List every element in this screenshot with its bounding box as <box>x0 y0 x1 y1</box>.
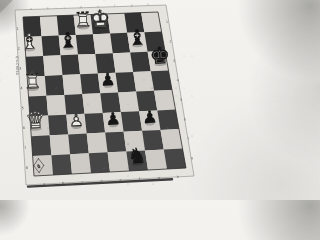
chessboard-scene: ♞1122334455667788aabbccddeeffgghhQ's-CHE… <box>0 0 200 200</box>
square-d7[interactable] <box>87 133 108 154</box>
svg-text:♚: ♚ <box>149 42 171 69</box>
square-d5[interactable] <box>82 93 102 114</box>
photo-corner-artifact <box>0 0 13 13</box>
piece-black-bishop-c2[interactable]: ♝ <box>58 28 78 53</box>
file-label-top-a: a <box>30 6 32 10</box>
rank-label-left-8: 8 <box>25 166 27 170</box>
rank-label-right-8: 8 <box>191 156 193 160</box>
square-e2[interactable] <box>93 34 113 54</box>
square-b6[interactable] <box>48 115 68 136</box>
file-label-bottom-d: d <box>100 179 102 183</box>
squares <box>23 12 186 176</box>
square-c3[interactable] <box>61 55 81 76</box>
square-b4[interactable] <box>45 75 65 96</box>
piece-white-rook-a4[interactable]: ♜♖ <box>23 69 43 94</box>
chessboard-photo: ♞1122334455667788aabbccddeeffgghhQ's-CHE… <box>0 0 200 200</box>
rank-label-right-1: 1 <box>166 20 168 24</box>
svg-text:♟: ♟ <box>100 69 116 90</box>
square-b8[interactable] <box>51 154 72 175</box>
svg-text:♟: ♟ <box>105 108 121 129</box>
square-c7[interactable] <box>68 134 89 155</box>
square-b3[interactable] <box>43 55 62 76</box>
rank-label-left-4: 4 <box>20 86 22 90</box>
svg-text:♝: ♝ <box>58 28 78 53</box>
svg-text:♞: ♞ <box>36 162 42 169</box>
svg-text:♞: ♞ <box>127 144 147 169</box>
square-d3[interactable] <box>78 54 98 74</box>
file-label-bottom-b: b <box>62 181 64 185</box>
rank-label-right-4: 4 <box>176 78 178 82</box>
file-label-top-h: h <box>147 2 149 6</box>
svg-text:♕: ♕ <box>25 107 47 134</box>
square-f3[interactable] <box>113 52 133 72</box>
square-c4[interactable] <box>63 74 83 95</box>
file-label-bottom-e: e <box>119 178 121 182</box>
square-e8[interactable] <box>108 151 129 172</box>
square-c8[interactable] <box>70 153 91 174</box>
svg-text:♙: ♙ <box>68 110 84 131</box>
svg-text:♟: ♟ <box>142 107 158 128</box>
piece-black-pawn-e4[interactable]: ♟ <box>100 69 116 90</box>
svg-text:♗: ♗ <box>19 29 39 54</box>
rank-label-right-3: 3 <box>173 59 175 63</box>
piece-black-king-h3[interactable]: ♚ <box>149 42 171 69</box>
square-b5[interactable] <box>46 95 66 116</box>
square-d8[interactable] <box>89 152 110 173</box>
square-b7[interactable] <box>50 134 70 155</box>
square-f6[interactable] <box>121 111 142 132</box>
square-f4[interactable] <box>116 72 137 92</box>
rank-label-left-1: 1 <box>16 27 18 31</box>
svg-text:♔: ♔ <box>89 5 111 32</box>
rank-label-right-6: 6 <box>184 117 186 121</box>
file-label-bottom-g: g <box>158 176 160 180</box>
square-d6[interactable] <box>85 113 106 134</box>
piece-black-bishop-g2[interactable]: ♝ <box>127 25 147 50</box>
rank-label-left-7: 7 <box>24 146 26 150</box>
piece-black-pawn-e6[interactable]: ♟ <box>105 108 121 129</box>
board-brand-text: Q's-CHESS <box>15 56 19 75</box>
piece-white-pawn-c6[interactable]: ♟♙ <box>68 110 84 131</box>
svg-text:♖: ♖ <box>23 69 43 94</box>
rank-label-right-2: 2 <box>169 39 171 43</box>
square-g4[interactable] <box>133 71 154 91</box>
svg-text:♝: ♝ <box>127 25 147 50</box>
file-label-bottom-h: h <box>177 175 179 179</box>
file-label-bottom-a: a <box>43 182 45 186</box>
piece-white-queen-a6[interactable]: ♛♕ <box>25 107 47 134</box>
piece-black-knight-f8[interactable]: ♞ <box>127 144 147 169</box>
piece-black-pawn-g6[interactable]: ♟ <box>142 107 158 128</box>
square-d2[interactable] <box>76 34 96 54</box>
square-d4[interactable] <box>80 74 100 95</box>
rank-label-right-7: 7 <box>187 137 189 141</box>
square-g8[interactable] <box>145 150 167 171</box>
piece-white-king-e1[interactable]: ♚♔ <box>89 5 111 32</box>
rank-label-right-5: 5 <box>180 98 182 102</box>
piece-white-bishop-a2[interactable]: ♝♗ <box>19 29 39 54</box>
square-b1[interactable] <box>40 16 59 36</box>
file-label-top-b: b <box>47 6 49 10</box>
square-e7[interactable] <box>105 132 126 153</box>
square-f5[interactable] <box>118 92 139 113</box>
file-label-top-g: g <box>131 3 133 7</box>
square-a7[interactable] <box>31 135 51 156</box>
square-g3[interactable] <box>130 52 151 72</box>
